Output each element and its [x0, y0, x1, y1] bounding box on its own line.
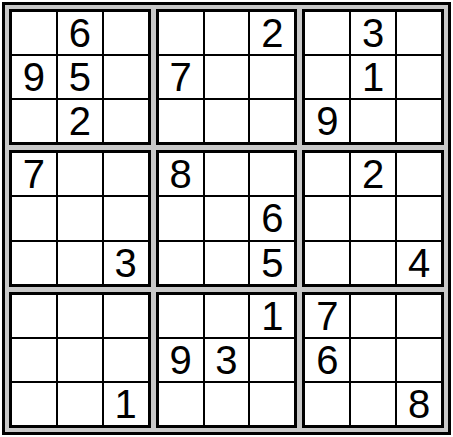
sudoku-given-cell-r8c7: 6 — [304, 338, 350, 382]
sudoku-empty-cell-r6c7[interactable] — [304, 241, 350, 285]
sudoku-given-cell-r4c1: 7 — [11, 152, 57, 196]
sudoku-empty-cell-r9c4[interactable] — [158, 382, 204, 426]
sudoku-page: 69522731973865241193768 — [0, 0, 453, 437]
sudoku-given-cell-r6c9: 4 — [396, 241, 442, 285]
sudoku-empty-cell-r5c7[interactable] — [304, 196, 350, 240]
sudoku-empty-cell-r5c4[interactable] — [158, 196, 204, 240]
sudoku-given-cell-r7c7: 7 — [304, 294, 350, 338]
sudoku-given-cell-r6c3: 3 — [103, 241, 149, 285]
sudoku-given-cell-r7c6: 1 — [249, 294, 295, 338]
sudoku-given-cell-r3c7: 9 — [304, 99, 350, 143]
sudoku-empty-cell-r9c5[interactable] — [204, 382, 250, 426]
sudoku-empty-cell-r4c5[interactable] — [204, 152, 250, 196]
sudoku-empty-cell-r5c9[interactable] — [396, 196, 442, 240]
sudoku-empty-cell-r7c2[interactable] — [57, 294, 103, 338]
sudoku-given-cell-r3c2: 2 — [57, 99, 103, 143]
sudoku-empty-cell-r7c1[interactable] — [11, 294, 57, 338]
sudoku-given-cell-r2c4: 7 — [158, 55, 204, 99]
sudoku-empty-cell-r9c7[interactable] — [304, 382, 350, 426]
sudoku-empty-cell-r1c7[interactable] — [304, 11, 350, 55]
sudoku-empty-cell-r7c8[interactable] — [350, 294, 396, 338]
sudoku-given-cell-r8c5: 3 — [204, 338, 250, 382]
sudoku-empty-cell-r2c3[interactable] — [103, 55, 149, 99]
sudoku-empty-cell-r8c9[interactable] — [396, 338, 442, 382]
sudoku-given-cell-r2c2: 5 — [57, 55, 103, 99]
sudoku-empty-cell-r9c2[interactable] — [57, 382, 103, 426]
sudoku-empty-cell-r6c2[interactable] — [57, 241, 103, 285]
sudoku-empty-cell-r8c6[interactable] — [249, 338, 295, 382]
sudoku-empty-cell-r1c9[interactable] — [396, 11, 442, 55]
sudoku-empty-cell-r2c6[interactable] — [249, 55, 295, 99]
sudoku-given-cell-r1c6: 2 — [249, 11, 295, 55]
sudoku-empty-cell-r9c1[interactable] — [11, 382, 57, 426]
sudoku-empty-cell-r2c7[interactable] — [304, 55, 350, 99]
sudoku-empty-cell-r7c9[interactable] — [396, 294, 442, 338]
sudoku-empty-cell-r4c9[interactable] — [396, 152, 442, 196]
sudoku-given-cell-r2c8: 1 — [350, 55, 396, 99]
sudoku-empty-cell-r1c4[interactable] — [158, 11, 204, 55]
sudoku-empty-cell-r2c9[interactable] — [396, 55, 442, 99]
sudoku-empty-cell-r5c1[interactable] — [11, 196, 57, 240]
sudoku-empty-cell-r1c3[interactable] — [103, 11, 149, 55]
sudoku-empty-cell-r2c5[interactable] — [204, 55, 250, 99]
sudoku-empty-cell-r6c5[interactable] — [204, 241, 250, 285]
sudoku-block-r1c2: 24 — [302, 150, 444, 286]
sudoku-given-cell-r9c3: 1 — [103, 382, 149, 426]
sudoku-empty-cell-r8c1[interactable] — [11, 338, 57, 382]
sudoku-empty-cell-r3c5[interactable] — [204, 99, 250, 143]
sudoku-empty-cell-r4c3[interactable] — [103, 152, 149, 196]
sudoku-empty-cell-r3c9[interactable] — [396, 99, 442, 143]
sudoku-empty-cell-r3c6[interactable] — [249, 99, 295, 143]
sudoku-given-cell-r2c1: 9 — [11, 55, 57, 99]
sudoku-empty-cell-r8c2[interactable] — [57, 338, 103, 382]
sudoku-empty-cell-r7c5[interactable] — [204, 294, 250, 338]
sudoku-empty-cell-r1c5[interactable] — [204, 11, 250, 55]
sudoku-empty-cell-r3c3[interactable] — [103, 99, 149, 143]
sudoku-block-r1c1: 865 — [156, 150, 298, 286]
sudoku-empty-cell-r9c6[interactable] — [249, 382, 295, 426]
sudoku-given-cell-r4c8: 2 — [350, 152, 396, 196]
sudoku-block-r2c2: 768 — [302, 292, 444, 428]
sudoku-block-r0c0: 6952 — [9, 9, 151, 145]
sudoku-empty-cell-r4c2[interactable] — [57, 152, 103, 196]
sudoku-empty-cell-r5c2[interactable] — [57, 196, 103, 240]
sudoku-empty-cell-r4c6[interactable] — [249, 152, 295, 196]
sudoku-given-cell-r1c8: 3 — [350, 11, 396, 55]
sudoku-block-r0c1: 27 — [156, 9, 298, 145]
sudoku-block-r1c0: 73 — [9, 150, 151, 286]
sudoku-empty-cell-r8c3[interactable] — [103, 338, 149, 382]
sudoku-empty-cell-r6c8[interactable] — [350, 241, 396, 285]
sudoku-block-r0c2: 319 — [302, 9, 444, 145]
sudoku-empty-cell-r4c7[interactable] — [304, 152, 350, 196]
sudoku-block-r2c0: 1 — [9, 292, 151, 428]
sudoku-empty-cell-r9c8[interactable] — [350, 382, 396, 426]
sudoku-empty-cell-r7c4[interactable] — [158, 294, 204, 338]
sudoku-empty-cell-r5c8[interactable] — [350, 196, 396, 240]
sudoku-empty-cell-r5c5[interactable] — [204, 196, 250, 240]
sudoku-board: 69522731973865241193768 — [2, 2, 451, 435]
sudoku-given-cell-r1c2: 6 — [57, 11, 103, 55]
sudoku-empty-cell-r3c8[interactable] — [350, 99, 396, 143]
sudoku-empty-cell-r6c1[interactable] — [11, 241, 57, 285]
sudoku-given-cell-r5c6: 6 — [249, 196, 295, 240]
sudoku-block-r2c1: 193 — [156, 292, 298, 428]
sudoku-given-cell-r6c6: 5 — [249, 241, 295, 285]
sudoku-given-cell-r8c4: 9 — [158, 338, 204, 382]
sudoku-empty-cell-r1c1[interactable] — [11, 11, 57, 55]
sudoku-given-cell-r4c4: 8 — [158, 152, 204, 196]
sudoku-given-cell-r9c9: 8 — [396, 382, 442, 426]
sudoku-empty-cell-r7c3[interactable] — [103, 294, 149, 338]
sudoku-empty-cell-r6c4[interactable] — [158, 241, 204, 285]
sudoku-empty-cell-r8c8[interactable] — [350, 338, 396, 382]
sudoku-empty-cell-r5c3[interactable] — [103, 196, 149, 240]
sudoku-empty-cell-r3c4[interactable] — [158, 99, 204, 143]
sudoku-empty-cell-r3c1[interactable] — [11, 99, 57, 143]
